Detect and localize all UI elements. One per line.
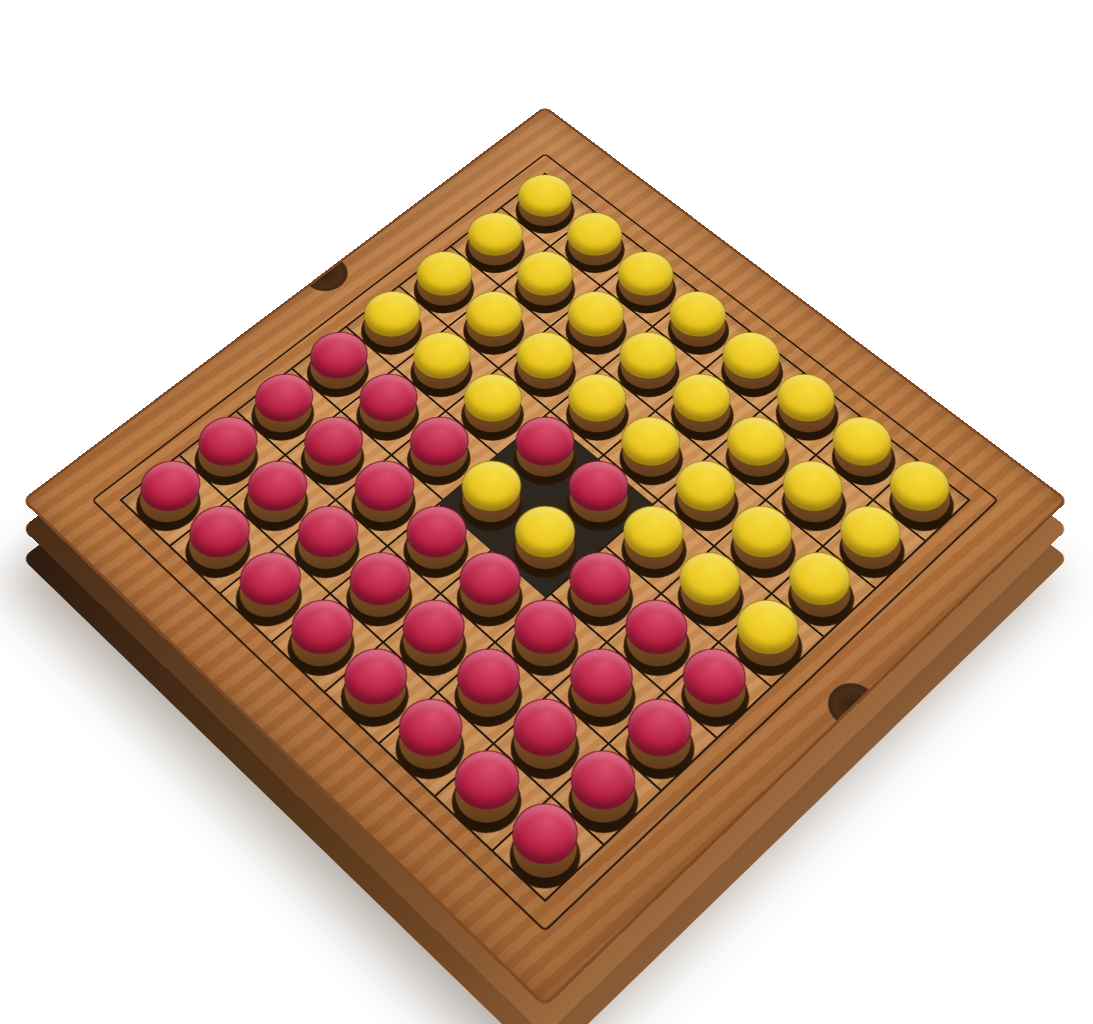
board-frame [22, 106, 1069, 1008]
photo-scene [0, 0, 1093, 1024]
playing-field-grid [119, 173, 970, 903]
game-box-top [22, 106, 1069, 1008]
thumb-notch-left [296, 250, 357, 298]
